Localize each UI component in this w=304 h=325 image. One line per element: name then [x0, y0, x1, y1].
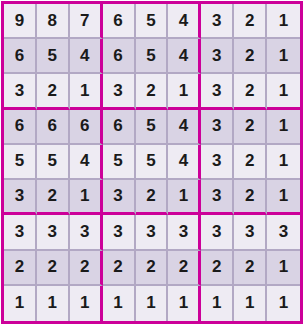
cell-r5c7[interactable]: 3	[201, 145, 234, 180]
cell-r8c1[interactable]: 2	[4, 251, 37, 286]
sudoku-board: 9876543216546543213213213216666543215545…	[1, 1, 303, 324]
cell-r8c9[interactable]: 1	[267, 251, 300, 286]
cell-r8c4[interactable]: 2	[103, 251, 136, 286]
cell-r4c4[interactable]: 6	[103, 110, 136, 145]
cell-r4c1[interactable]: 6	[4, 110, 37, 145]
cell-r7c9[interactable]: 3	[267, 215, 300, 250]
cell-r5c8[interactable]: 2	[234, 145, 267, 180]
cell-r4c6[interactable]: 4	[168, 110, 201, 145]
cell-r5c4[interactable]: 5	[103, 145, 136, 180]
cell-r2c5[interactable]: 5	[136, 39, 169, 74]
cell-r3c7[interactable]: 3	[201, 74, 234, 109]
cell-r1c6[interactable]: 4	[168, 4, 201, 39]
cell-r1c3[interactable]: 7	[70, 4, 103, 39]
cell-r6c4[interactable]: 3	[103, 180, 136, 215]
cell-r1c7[interactable]: 3	[201, 4, 234, 39]
cell-r6c2[interactable]: 2	[37, 180, 70, 215]
cell-r9c2[interactable]: 1	[37, 286, 70, 321]
cell-r9c4[interactable]: 1	[103, 286, 136, 321]
cell-r4c5[interactable]: 5	[136, 110, 169, 145]
cell-r7c5[interactable]: 3	[136, 215, 169, 250]
cell-r2c7[interactable]: 3	[201, 39, 234, 74]
cell-r3c3[interactable]: 1	[70, 74, 103, 109]
cell-r2c9[interactable]: 1	[267, 39, 300, 74]
cell-r2c8[interactable]: 2	[234, 39, 267, 74]
cell-r3c2[interactable]: 2	[37, 74, 70, 109]
cell-r9c5[interactable]: 1	[136, 286, 169, 321]
cell-r4c9[interactable]: 1	[267, 110, 300, 145]
cell-r7c3[interactable]: 3	[70, 215, 103, 250]
cell-r8c6[interactable]: 2	[168, 251, 201, 286]
cell-r6c6[interactable]: 1	[168, 180, 201, 215]
cell-r6c1[interactable]: 3	[4, 180, 37, 215]
cell-r2c1[interactable]: 6	[4, 39, 37, 74]
cell-r9c7[interactable]: 1	[201, 286, 234, 321]
cell-r1c9[interactable]: 1	[267, 4, 300, 39]
cell-r2c2[interactable]: 5	[37, 39, 70, 74]
cell-r2c3[interactable]: 4	[70, 39, 103, 74]
cell-r6c9[interactable]: 1	[267, 180, 300, 215]
cell-r2c4[interactable]: 6	[103, 39, 136, 74]
cell-r5c2[interactable]: 5	[37, 145, 70, 180]
cell-r2c6[interactable]: 4	[168, 39, 201, 74]
cell-r3c4[interactable]: 3	[103, 74, 136, 109]
cell-r3c5[interactable]: 2	[136, 74, 169, 109]
cell-r8c2[interactable]: 2	[37, 251, 70, 286]
cell-r8c8[interactable]: 2	[234, 251, 267, 286]
cell-r5c1[interactable]: 5	[4, 145, 37, 180]
cell-r9c3[interactable]: 1	[70, 286, 103, 321]
cell-r4c8[interactable]: 2	[234, 110, 267, 145]
cell-r6c7[interactable]: 3	[201, 180, 234, 215]
cell-r6c3[interactable]: 1	[70, 180, 103, 215]
cell-r4c2[interactable]: 6	[37, 110, 70, 145]
cell-r5c9[interactable]: 1	[267, 145, 300, 180]
cell-r8c3[interactable]: 2	[70, 251, 103, 286]
cell-r3c9[interactable]: 1	[267, 74, 300, 109]
cell-r9c8[interactable]: 1	[234, 286, 267, 321]
cell-r7c4[interactable]: 3	[103, 215, 136, 250]
cell-r4c7[interactable]: 3	[201, 110, 234, 145]
cell-r8c7[interactable]: 2	[201, 251, 234, 286]
cell-r9c1[interactable]: 1	[4, 286, 37, 321]
cell-r7c7[interactable]: 3	[201, 215, 234, 250]
cell-r9c6[interactable]: 1	[168, 286, 201, 321]
cell-r5c3[interactable]: 4	[70, 145, 103, 180]
cell-r7c6[interactable]: 3	[168, 215, 201, 250]
cell-r7c8[interactable]: 3	[234, 215, 267, 250]
cell-r7c2[interactable]: 3	[37, 215, 70, 250]
cell-r3c1[interactable]: 3	[4, 74, 37, 109]
cell-r1c8[interactable]: 2	[234, 4, 267, 39]
cell-r3c6[interactable]: 1	[168, 74, 201, 109]
cell-r6c8[interactable]: 2	[234, 180, 267, 215]
cell-r5c5[interactable]: 5	[136, 145, 169, 180]
cell-r5c6[interactable]: 4	[168, 145, 201, 180]
cell-r1c2[interactable]: 8	[37, 4, 70, 39]
cell-r9c9[interactable]: 1	[267, 286, 300, 321]
cell-r1c5[interactable]: 5	[136, 4, 169, 39]
cell-r4c3[interactable]: 6	[70, 110, 103, 145]
cell-r8c5[interactable]: 2	[136, 251, 169, 286]
cell-r1c1[interactable]: 9	[4, 4, 37, 39]
cell-r3c8[interactable]: 2	[234, 74, 267, 109]
cell-r1c4[interactable]: 6	[103, 4, 136, 39]
cell-r7c1[interactable]: 3	[4, 215, 37, 250]
cell-r6c5[interactable]: 2	[136, 180, 169, 215]
